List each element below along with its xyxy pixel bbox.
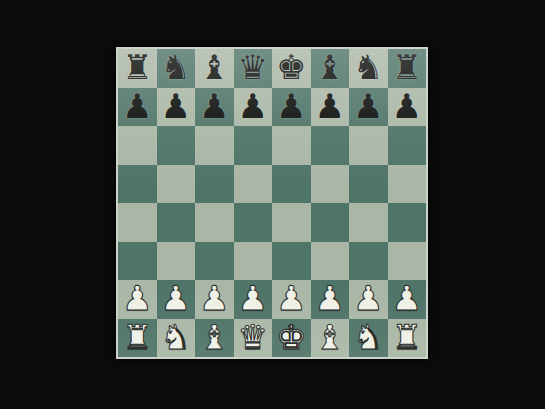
piece-white-pawn: ♟ [276,281,306,315]
square-g8[interactable]: ♞ [349,49,388,88]
square-a8[interactable]: ♜ [118,49,157,88]
square-a1[interactable]: ♜ [118,319,157,358]
square-g3[interactable] [349,242,388,281]
square-a7[interactable]: ♟ [118,88,157,127]
piece-white-pawn: ♟ [353,281,383,315]
piece-white-knight: ♞ [353,320,383,354]
square-h3[interactable] [388,242,427,281]
piece-white-pawn: ♟ [238,281,268,315]
square-g4[interactable] [349,203,388,242]
square-b6[interactable] [157,126,196,165]
piece-white-pawn: ♟ [199,281,229,315]
piece-white-bishop: ♝ [315,320,345,354]
square-b3[interactable] [157,242,196,281]
piece-black-knight: ♞ [161,50,191,84]
square-g5[interactable] [349,165,388,204]
square-c4[interactable] [195,203,234,242]
square-e7[interactable]: ♟ [272,88,311,127]
piece-black-rook: ♜ [392,50,422,84]
square-b1[interactable]: ♞ [157,319,196,358]
square-f5[interactable] [311,165,350,204]
square-e8[interactable]: ♚ [272,49,311,88]
square-e1[interactable]: ♚ [272,319,311,358]
piece-black-rook: ♜ [122,50,152,84]
piece-white-rook: ♜ [122,320,152,354]
square-d7[interactable]: ♟ [234,88,273,127]
piece-white-queen: ♛ [238,320,268,354]
piece-black-bishop: ♝ [199,50,229,84]
square-b5[interactable] [157,165,196,204]
square-h2[interactable]: ♟ [388,280,427,319]
square-h1[interactable]: ♜ [388,319,427,358]
square-g6[interactable] [349,126,388,165]
square-h4[interactable] [388,203,427,242]
piece-white-rook: ♜ [392,320,422,354]
piece-black-pawn: ♟ [238,89,268,123]
square-f3[interactable] [311,242,350,281]
square-d4[interactable] [234,203,273,242]
piece-white-knight: ♞ [161,320,191,354]
piece-black-pawn: ♟ [199,89,229,123]
square-f6[interactable] [311,126,350,165]
square-d5[interactable] [234,165,273,204]
piece-white-pawn: ♟ [122,281,152,315]
square-c1[interactable]: ♝ [195,319,234,358]
square-h5[interactable] [388,165,427,204]
chess-board: ♜♞♝♛♚♝♞♜♟♟♟♟♟♟♟♟♟♟♟♟♟♟♟♟♜♞♝♛♚♝♞♜ [116,47,428,359]
square-h7[interactable]: ♟ [388,88,427,127]
square-c7[interactable]: ♟ [195,88,234,127]
square-c3[interactable] [195,242,234,281]
square-a4[interactable] [118,203,157,242]
square-a2[interactable]: ♟ [118,280,157,319]
square-a5[interactable] [118,165,157,204]
piece-white-king: ♚ [276,320,306,354]
square-e6[interactable] [272,126,311,165]
square-g7[interactable]: ♟ [349,88,388,127]
piece-white-bishop: ♝ [199,320,229,354]
square-g1[interactable]: ♞ [349,319,388,358]
square-a6[interactable] [118,126,157,165]
square-f1[interactable]: ♝ [311,319,350,358]
piece-black-bishop: ♝ [315,50,345,84]
square-g2[interactable]: ♟ [349,280,388,319]
square-h8[interactable]: ♜ [388,49,427,88]
square-c6[interactable] [195,126,234,165]
square-d2[interactable]: ♟ [234,280,273,319]
square-f7[interactable]: ♟ [311,88,350,127]
square-e4[interactable] [272,203,311,242]
piece-black-queen: ♛ [238,50,268,84]
piece-black-knight: ♞ [353,50,383,84]
piece-black-pawn: ♟ [353,89,383,123]
piece-black-king: ♚ [276,50,306,84]
square-d3[interactable] [234,242,273,281]
square-h6[interactable] [388,126,427,165]
square-b7[interactable]: ♟ [157,88,196,127]
piece-white-pawn: ♟ [315,281,345,315]
piece-black-pawn: ♟ [161,89,191,123]
square-c5[interactable] [195,165,234,204]
piece-white-pawn: ♟ [392,281,422,315]
square-c8[interactable]: ♝ [195,49,234,88]
square-f4[interactable] [311,203,350,242]
square-a3[interactable] [118,242,157,281]
square-b4[interactable] [157,203,196,242]
piece-black-pawn: ♟ [122,89,152,123]
piece-black-pawn: ♟ [276,89,306,123]
piece-black-pawn: ♟ [392,89,422,123]
square-d6[interactable] [234,126,273,165]
square-c2[interactable]: ♟ [195,280,234,319]
square-b8[interactable]: ♞ [157,49,196,88]
piece-white-pawn: ♟ [161,281,191,315]
square-b2[interactable]: ♟ [157,280,196,319]
video-frame-background: ♜♞♝♛♚♝♞♜♟♟♟♟♟♟♟♟♟♟♟♟♟♟♟♟♜♞♝♛♚♝♞♜ [0,0,545,409]
square-f8[interactable]: ♝ [311,49,350,88]
square-e2[interactable]: ♟ [272,280,311,319]
square-e3[interactable] [272,242,311,281]
square-d1[interactable]: ♛ [234,319,273,358]
square-f2[interactable]: ♟ [311,280,350,319]
square-d8[interactable]: ♛ [234,49,273,88]
piece-black-pawn: ♟ [315,89,345,123]
square-e5[interactable] [272,165,311,204]
